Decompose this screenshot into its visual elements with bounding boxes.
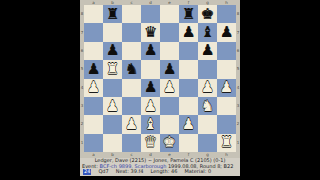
square-b6[interactable]: ♟ [103,42,122,60]
square-a3[interactable] [84,97,103,115]
black-pawn-piece[interactable]: ♟ [163,62,176,77]
white-pawn-piece[interactable]: ♟ [125,117,138,132]
square-e3[interactable] [160,97,179,115]
square-h7[interactable]: ♟ [217,23,236,41]
rank-label-8: 8 [236,5,240,23]
square-b1[interactable] [103,134,122,152]
square-g1[interactable] [198,134,217,152]
black-pawn-piece[interactable]: ♟ [144,80,157,95]
square-a6[interactable] [84,42,103,60]
black-pawn-piece[interactable]: ♟ [144,43,157,58]
video-frame: abcdefgh 87654321 ♜♜♚♛♟♝♟♟♟♟♟♜♞♟♟♟♟♟♟♟♟♞… [0,0,320,180]
black-pawn-piece[interactable]: ♟ [87,62,100,77]
square-f8[interactable]: ♜ [179,5,198,23]
square-c1[interactable] [122,134,141,152]
white-pawn-piece[interactable]: ♟ [87,80,100,95]
square-g3[interactable]: ♞ [198,97,217,115]
square-c8[interactable] [122,5,141,23]
square-e6[interactable] [160,42,179,60]
square-a7[interactable] [84,23,103,41]
square-d6[interactable]: ♟ [141,42,160,60]
square-c4[interactable] [122,79,141,97]
rank-label-2: 2 [236,115,240,133]
status-token: Qd7 [98,169,108,175]
chess-board-frame: abcdefgh 87654321 ♜♜♚♛♟♝♟♟♟♟♟♜♞♟♟♟♟♟♟♟♟♞… [80,0,240,158]
square-g7[interactable]: ♝ [198,23,217,41]
black-rook-piece[interactable]: ♜ [182,7,195,22]
white-bishop-piece[interactable]: ♝ [144,117,157,132]
square-d3[interactable]: ♟ [141,97,160,115]
square-f2[interactable]: ♟ [179,115,198,133]
rank-label-6: 6 [236,42,240,60]
chess-app-panel: abcdefgh 87654321 ♜♜♚♛♟♝♟♟♟♟♟♜♞♟♟♟♟♟♟♟♟♞… [80,0,240,176]
square-f3[interactable] [179,97,198,115]
square-f4[interactable] [179,79,198,97]
square-h8[interactable] [217,5,236,23]
black-bishop-piece[interactable]: ♝ [201,25,214,40]
square-d2[interactable]: ♝ [141,115,160,133]
square-g4[interactable]: ♟ [198,79,217,97]
square-e4[interactable]: ♟ [160,79,179,97]
event-label: Event: [82,164,98,169]
square-b5[interactable]: ♜ [103,60,122,78]
black-pawn-piece[interactable]: ♟ [106,43,119,58]
square-e2[interactable] [160,115,179,133]
white-knight-piece[interactable]: ♞ [201,99,214,114]
chess-board[interactable]: ♜♜♚♛♟♝♟♟♟♟♟♜♞♟♟♟♟♟♟♟♟♞♟♝♟♛♚♜ [84,5,236,152]
rank-label-1: 1 [236,134,240,152]
square-h5[interactable] [217,60,236,78]
white-queen-piece[interactable]: ♛ [144,135,157,150]
event-details: 1999.08.08, Round 8; B22 [168,164,233,169]
square-g2[interactable] [198,115,217,133]
square-f1[interactable] [179,134,198,152]
square-a5[interactable]: ♟ [84,60,103,78]
square-a2[interactable] [84,115,103,133]
square-h4[interactable]: ♟ [217,79,236,97]
white-pawn-piece[interactable]: ♟ [220,80,233,95]
square-c6[interactable] [122,42,141,60]
black-pawn-piece[interactable]: ♟ [182,25,195,40]
square-a1[interactable] [84,134,103,152]
status-line: 24Qd7Next: 39.f4Length: 46Material: 0 [80,169,240,175]
square-b3[interactable]: ♟ [103,97,122,115]
event-name: BCF-ch 9899, Scarborough [100,164,167,169]
square-d5[interactable] [141,60,160,78]
square-c3[interactable] [122,97,141,115]
rank-label-7: 7 [236,23,240,41]
white-rook-piece[interactable]: ♜ [106,62,119,77]
white-pawn-piece[interactable]: ♟ [163,80,176,95]
square-b8[interactable]: ♜ [103,5,122,23]
square-f5[interactable] [179,60,198,78]
square-d4[interactable]: ♟ [141,79,160,97]
square-f7[interactable]: ♟ [179,23,198,41]
square-g8[interactable]: ♚ [198,5,217,23]
square-h2[interactable] [217,115,236,133]
square-e1[interactable]: ♚ [160,134,179,152]
white-pawn-piece[interactable]: ♟ [182,117,195,132]
square-b2[interactable] [103,115,122,133]
black-king-piece[interactable]: ♚ [201,7,214,22]
square-h3[interactable] [217,97,236,115]
square-e8[interactable] [160,5,179,23]
status-token: Material: 0 [184,169,211,175]
square-b7[interactable] [103,23,122,41]
black-queen-piece[interactable]: ♛ [144,25,157,40]
white-pawn-piece[interactable]: ♟ [144,99,157,114]
black-rook-piece[interactable]: ♜ [106,7,119,22]
square-d8[interactable] [141,5,160,23]
square-a4[interactable]: ♟ [84,79,103,97]
black-pawn-piece[interactable]: ♟ [220,25,233,40]
rank-label-4: 4 [236,79,240,97]
square-c5[interactable]: ♞ [122,60,141,78]
square-h6[interactable] [217,42,236,60]
rank-label-3: 3 [236,97,240,115]
square-c2[interactable]: ♟ [122,115,141,133]
white-king-piece[interactable]: ♚ [163,135,176,150]
square-c7[interactable] [122,23,141,41]
white-rook-piece[interactable]: ♜ [220,135,233,150]
square-g6[interactable]: ♟ [198,42,217,60]
status-token: Length: 46 [151,169,178,175]
white-pawn-piece[interactable]: ♟ [106,99,119,114]
square-g5[interactable] [198,60,217,78]
square-f6[interactable] [179,42,198,60]
black-pawn-piece[interactable]: ♟ [201,43,214,58]
square-e5[interactable]: ♟ [160,60,179,78]
game-info-footer: Ledger, Dave (2215) ~ Jones, Pamela C (2… [80,158,240,176]
square-h1[interactable]: ♜ [217,134,236,152]
square-e7[interactable] [160,23,179,41]
status-token: Next: 39.f4 [116,169,144,175]
white-pawn-piece[interactable]: ♟ [201,80,214,95]
square-d7[interactable]: ♛ [141,23,160,41]
square-d1[interactable]: ♛ [141,134,160,152]
current-move-token: 24 [83,169,91,175]
rank-labels-right: 87654321 [236,5,240,152]
black-knight-piece[interactable]: ♞ [125,62,138,77]
rank-label-5: 5 [236,60,240,78]
square-a8[interactable] [84,5,103,23]
square-b4[interactable] [103,79,122,97]
